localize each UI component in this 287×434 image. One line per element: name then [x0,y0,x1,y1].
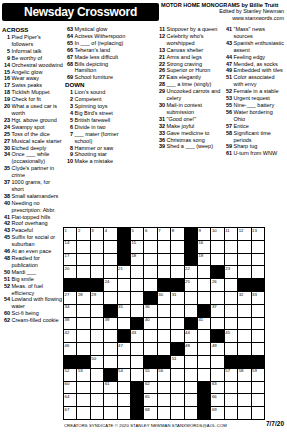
cell-r10c1[interactable]: 46 [64,343,76,355]
down-clue-33: 33Gave medicine to [157,130,221,137]
cell-r9c13[interactable]: 45 [225,330,237,342]
cell-r11c10[interactable] [185,356,197,368]
cell-number-12: 12 [239,228,244,233]
cell-r5c5[interactable] [118,279,130,291]
cell-r15c3[interactable] [91,407,103,419]
down-clue-47: 47Mended, as socks [224,61,285,68]
clue-text: Roof overhang [12,220,64,227]
cell-r14c1[interactable]: 64 [64,394,76,406]
clue-number: 57 [224,123,232,130]
clue-text: School furniture [75,74,130,81]
across-clue-25: 25Toss of the dice [2,131,63,138]
cell-r11c6[interactable] [131,356,143,368]
cell-r5c7[interactable] [144,279,156,291]
cell-r1c7[interactable]: 6 [144,228,156,240]
cell-r2c1[interactable]: 14 [64,241,76,253]
cell-r14c2[interactable] [77,394,89,406]
cell-r13c5[interactable] [118,382,130,394]
clue-number: 54 [2,296,10,303]
cell-number-39: 39 [105,317,110,322]
cell-r11c5[interactable] [118,356,130,368]
cell-r2c7[interactable] [144,241,156,253]
cell-number-69: 69 [212,407,217,412]
cell-r12c6[interactable] [131,369,143,381]
clue-number: 19 [2,96,10,103]
cell-r13c10[interactable] [185,382,197,394]
cell-r6c15[interactable]: 33 [252,292,264,304]
cell-number-36: 36 [145,304,150,309]
black-square-r5c8 [158,279,170,291]
across-clue-23: 23Hgt. above ground [2,117,63,124]
cell-r3c13[interactable] [225,254,237,266]
cell-r13c7[interactable]: 62 [144,382,156,394]
clue-number: 17 [2,82,10,89]
cell-r13c3[interactable] [91,382,103,394]
cell-r9c3[interactable] [91,330,103,342]
cell-r12c7[interactable]: 55 [144,369,156,381]
clue-text: Cream-filled cookie [12,317,64,324]
cell-r4c15[interactable] [252,266,264,278]
cell-r12c9[interactable] [171,369,183,381]
cell-number-44: 44 [185,330,190,335]
cell-r7c2[interactable] [77,305,89,317]
clue-text: Spinning toys [75,103,130,110]
black-square-r5c1 [64,279,76,291]
cell-r8c9[interactable] [171,318,183,330]
cell-r7c9[interactable] [171,305,183,317]
cell-r11c12[interactable] [211,356,223,368]
cell-r9c2[interactable] [77,330,89,342]
cell-r5c12[interactable]: 26 [211,279,223,291]
clue-number: 27 [157,74,165,81]
across-clue-20: 20What a used car is worth [2,103,63,117]
clue-number: 5 [2,48,10,55]
cell-r10c7[interactable] [144,343,156,355]
clue-number: 52 [2,283,10,290]
cell-r14c15[interactable] [252,394,264,406]
cell-r14c7[interactable]: 65 [144,394,156,406]
cell-r2c8[interactable] [158,241,170,253]
cell-r5c4[interactable]: 24 [104,279,116,291]
down-clue-32: 32Make joyful [157,123,221,130]
cell-r7c15[interactable] [252,305,264,317]
cell-r11c9[interactable]: 51 [171,356,183,368]
clue-number: 8 [65,145,73,152]
cell-r9c4[interactable] [104,330,116,342]
cell-r12c11[interactable] [198,369,210,381]
cell-r12c12[interactable] [211,369,223,381]
cell-r2c3[interactable] [91,241,103,253]
cell-r6c6[interactable] [131,292,143,304]
cell-r9c8[interactable] [158,330,170,342]
across-clue-69: 69School furniture [65,74,129,81]
cell-r3c2[interactable] [77,254,89,266]
cell-number-55: 55 [145,368,150,373]
clue-text: Sci-fi being [12,310,64,317]
down-clue-57: 57Entice [224,123,285,130]
across-clue-15: 15Angelic glow [2,69,63,76]
across-clue-50: 50Mardi ___ [2,269,63,276]
cell-r6c12[interactable] [211,292,223,304]
cell-r2c12[interactable] [211,241,223,253]
clue-number: 53 [224,95,232,102]
cell-r14c8[interactable] [158,394,170,406]
clue-number: 11 [157,26,165,33]
cell-r6c5[interactable] [118,292,130,304]
cell-r8c12[interactable] [211,318,223,330]
clue-number: 49 [224,67,232,74]
cell-r1c4[interactable]: 4 [104,228,116,240]
clue-number: 10 [65,158,73,165]
cell-r13c14[interactable] [238,382,250,394]
cell-r15c13[interactable] [225,407,237,419]
black-square-r11c7 [144,356,156,368]
cell-r6c14[interactable]: 32 [238,292,250,304]
cell-r7c14[interactable] [238,305,250,317]
cell-r14c3[interactable] [91,394,103,406]
clue-text: Female in a stable [234,88,286,95]
across-clue-17: 17Swiss peaks [2,82,63,89]
cell-r10c6[interactable] [131,343,143,355]
cell-r5c6[interactable] [131,279,143,291]
across-clue-24: 24Swampy spot [2,124,63,131]
cell-r1c13[interactable]: 11 [225,228,237,240]
cell-r2c9[interactable] [171,241,183,253]
cell-r4c3[interactable] [91,266,103,278]
cell-r11c4[interactable] [104,356,116,368]
clue-text: Teheran's land [75,47,130,54]
cell-r13c1[interactable]: 60 [64,382,76,394]
across-clue-63: 63Mystical glow [65,26,129,33]
cell-r3c8[interactable] [158,254,170,266]
clue-text: Water bordering Ohio [234,109,286,123]
across-clue-38: 38Small salamanders [2,193,63,200]
clue-number: 48 [2,255,10,262]
cell-r8c2[interactable] [77,318,89,330]
clue-number: 9 [2,55,10,62]
cell-r3c6[interactable]: 18 [131,254,143,266]
cell-r4c5[interactable]: 21 [118,266,130,278]
clue-number: 1 [65,89,73,96]
cell-r4c13[interactable]: 23 [225,266,237,278]
cell-r8c3[interactable] [91,318,103,330]
cell-r1c8[interactable]: 7 [158,228,170,240]
cell-r3c4[interactable] [104,254,116,266]
cell-r4c11[interactable] [198,266,210,278]
cell-r5c11[interactable] [198,279,210,291]
cell-r9c14[interactable] [238,330,250,342]
cell-r12c3[interactable] [91,369,103,381]
cell-r6c11[interactable] [198,292,210,304]
cell-r4c4[interactable] [104,266,116,278]
cell-number-57: 57 [225,368,230,373]
cell-r3c3[interactable] [91,254,103,266]
cell-r9c10[interactable]: 44 [185,330,197,342]
clue-text: Be worthy of [12,55,64,62]
cell-r7c8[interactable] [158,305,170,317]
cell-r7c12[interactable]: 37 [211,305,223,317]
across-clue-45: 45Suffix for social or suburban [2,234,63,248]
cell-number-53: 53 [78,368,83,373]
clue-number: 52 [224,88,232,95]
cell-r14c5[interactable] [118,394,130,406]
cell-r1c3[interactable]: 3 [91,228,103,240]
clue-text: ___ a time (singly) [167,81,222,88]
clue-number: 66 [65,47,73,54]
cell-r11c3[interactable]: 50 [91,356,103,368]
down-clue-9: 9Shooting star [65,151,129,158]
cell-r14c4[interactable] [104,394,116,406]
clue-text: Divide in two [75,124,130,131]
cell-number-51: 51 [172,356,177,361]
cell-r10c4[interactable] [104,343,116,355]
cell-r4c1[interactable]: 20 [64,266,76,278]
cell-r10c11[interactable] [198,343,210,355]
cell-r15c5[interactable] [118,407,130,419]
cell-r13c12[interactable]: 63 [211,382,223,394]
cell-r14c14[interactable] [238,394,250,406]
cell-r10c15[interactable] [252,343,264,355]
black-square-r13c6 [131,382,143,394]
cell-r3c15[interactable] [252,254,264,266]
cell-r6c4[interactable] [104,292,116,304]
cell-r10c3[interactable] [91,343,103,355]
black-square-r9c12 [211,330,223,342]
cell-r7c1[interactable]: 34 [64,305,76,317]
cell-r7c10[interactable] [185,305,197,317]
cell-r8c5[interactable] [118,318,130,330]
cell-r9c9[interactable] [171,330,183,342]
cell-r15c15[interactable] [252,407,264,419]
cell-r13c8[interactable] [158,382,170,394]
cell-r2c14[interactable] [238,241,250,253]
cell-r1c15[interactable]: 13 [252,228,264,240]
cell-r12c10[interactable] [185,369,197,381]
clue-text: Made less difficult [75,54,130,61]
cell-r4c14[interactable] [238,266,250,278]
cell-r3c12[interactable] [211,254,223,266]
cell-r7c13[interactable] [225,305,237,317]
cell-r8c13[interactable] [225,318,237,330]
cell-r8c11[interactable]: 41 [198,318,210,330]
clue-text: Check for fit [12,96,64,103]
cell-r6c9[interactable]: 31 [171,292,183,304]
clue-number: 51 [2,276,10,283]
clue-number: 39 [157,143,165,150]
cell-r14c12[interactable]: 66 [211,394,223,406]
cell-r1c14[interactable]: 12 [238,228,250,240]
down-clue-49: 49Embedded with tiles [224,67,285,74]
cell-r8c8[interactable] [158,318,170,330]
across-clue-64: 64Actress Witherspoon [65,33,129,40]
across-clue-62: 62Cream-filled cookie [2,317,63,324]
cell-r4c7[interactable] [144,266,156,278]
clue-number: 41 [2,214,10,221]
cell-r3c7[interactable] [144,254,156,266]
cell-r7c5[interactable]: 35 [118,305,130,317]
cell-r1c6[interactable]: 5 [131,228,143,240]
down-clue-12: 12Celebrity who's worshipped [157,33,221,47]
cell-r1c2[interactable]: 2 [77,228,89,240]
cell-r1c11[interactable]: 9 [198,228,210,240]
cell-r13c13[interactable] [225,382,237,394]
clue-number: 42 [2,220,10,227]
cell-r9c11[interactable] [198,330,210,342]
cell-r6c13[interactable] [225,292,237,304]
cell-r12c15[interactable]: 59 [252,369,264,381]
clue-number: 44 [224,54,232,61]
cell-r4c2[interactable] [77,266,89,278]
cell-r12c13[interactable]: 57 [225,369,237,381]
cell-number-45: 45 [225,330,230,335]
cell-number-19: 19 [198,253,203,258]
cell-r9c6[interactable]: 43 [131,330,143,342]
cell-r15c12[interactable]: 69 [211,407,223,419]
clue-text: Uncooked carrots and celery [167,88,222,102]
clue-text: Arms and legs [167,54,222,61]
cell-r13c4[interactable]: 61 [104,382,116,394]
across-heading: ACROSS [2,26,63,34]
cell-r12c2[interactable]: 53 [77,369,89,381]
clue-column-2: 63Mystical glow64Actress Witherspoon65In… [65,26,129,226]
cell-r5c10[interactable]: 25 [185,279,197,291]
clue-text: Celebrity who's worshipped [167,33,222,47]
clue-text: Make joyful [167,123,222,130]
cell-number-22: 22 [185,266,190,271]
clue-text: Swiss peaks [12,82,64,89]
cell-r4c9[interactable] [171,266,183,278]
down-clue-44: 44Feeling edgy [224,54,285,61]
down-heading: DOWN [65,81,129,89]
cell-r15c14[interactable] [238,407,250,419]
cell-number-14: 14 [65,240,70,245]
cell-r14c9[interactable] [171,394,183,406]
cell-r9c1[interactable]: 42 [64,330,76,342]
cell-r15c7[interactable]: 68 [144,407,156,419]
cell-r14c13[interactable] [225,394,237,406]
cell-r11c11[interactable] [198,356,210,368]
black-square-r14c11 [198,394,210,406]
across-clue-9: 9Be worthy of [2,55,63,62]
cell-r15c9[interactable] [171,407,183,419]
down-clue-5: 5British farewell [65,117,129,124]
cell-r8c15[interactable] [252,318,264,330]
black-square-r8c6 [131,318,143,330]
cell-r15c2[interactable] [77,407,89,419]
cell-number-26: 26 [212,279,217,284]
cell-r2c15[interactable] [252,241,264,253]
cell-r13c15[interactable] [252,382,264,394]
across-clue-51: 51Big smile [2,276,63,283]
cell-r2c13[interactable] [225,241,237,253]
cell-r14c10[interactable] [185,394,197,406]
cell-r3c1[interactable]: 17 [64,254,76,266]
cell-number-11: 11 [225,228,229,233]
cell-r1c12[interactable]: 10 [211,228,223,240]
clue-column-3: 11Stopover by a queen12Celebrity who's w… [157,26,221,226]
cell-r4c8[interactable] [158,266,170,278]
cell-number-62: 62 [145,381,150,386]
cell-r8c7[interactable]: 40 [144,318,156,330]
cell-r10c8[interactable] [158,343,170,355]
cell-r15c8[interactable] [158,407,170,419]
cell-r7c7[interactable]: 36 [144,305,156,317]
cell-r10c14[interactable] [238,343,250,355]
cell-number-2: 2 [78,228,80,233]
down-clue-26: 26Superior or Huron [157,67,221,74]
clue-text: Big smile [12,276,64,283]
clue-text: Wear away [12,75,64,82]
cell-r2c11[interactable]: 16 [198,241,210,253]
cell-r13c9[interactable] [171,382,183,394]
cell-r3c14[interactable] [238,254,250,266]
cell-r9c15[interactable] [252,330,264,342]
cell-r15c10[interactable] [185,407,197,419]
clue-text: Superior or Huron [167,67,222,74]
cell-number-40: 40 [145,317,150,322]
cell-r7c6[interactable] [131,305,143,317]
clue-text: Significant time periods [234,130,286,144]
cell-r3c11[interactable]: 19 [198,254,210,266]
cell-number-63: 63 [212,381,217,386]
cell-number-6: 6 [145,228,147,233]
down-clue-61: 61U-turn from WNW [224,150,285,157]
cell-r6c2[interactable]: 28 [77,292,89,304]
cell-r8c4[interactable]: 39 [104,318,116,330]
cell-r4c10[interactable]: 22 [185,266,197,278]
cell-r2c4[interactable] [104,241,116,253]
cell-r12c14[interactable]: 58 [238,369,250,381]
cell-r3c9[interactable] [171,254,183,266]
clue-text: Toss of the dice [12,131,64,138]
cell-r10c10[interactable]: 48 [185,343,197,355]
cell-number-31: 31 [172,292,177,297]
cell-r5c13[interactable] [225,279,237,291]
cell-r6c10[interactable] [185,292,197,304]
cell-r12c8[interactable]: 56 [158,369,170,381]
cell-r4c6[interactable] [131,266,143,278]
cell-r6c8[interactable]: 30 [158,292,170,304]
cell-r6c3[interactable]: 29 [91,292,103,304]
cell-r8c1[interactable]: 38 [64,318,76,330]
cell-r8c14[interactable] [238,318,250,330]
cell-r10c5[interactable]: 47 [118,343,130,355]
cell-r10c2[interactable] [77,343,89,355]
clue-text: Stopover by a queen [167,26,222,33]
cell-number-1: 1 [65,228,67,233]
cell-r9c7[interactable] [144,330,156,342]
cell-r10c12[interactable]: 49 [211,343,223,355]
cell-r13c2[interactable] [77,382,89,394]
across-clue-46: 46At an even pace [2,248,63,255]
cell-r10c13[interactable] [225,343,237,355]
cell-r12c5[interactable]: 54 [118,369,130,381]
cell-r15c1[interactable]: 67 [64,407,76,419]
cell-r15c4[interactable] [104,407,116,419]
cell-r2c6[interactable]: 15 [131,241,143,253]
clue-number: 41 [224,26,232,33]
clue-text: Mended, as socks [234,61,286,68]
clue-text: Entice [234,123,286,130]
cell-r2c2[interactable] [77,241,89,253]
cell-r1c9[interactable]: 8 [171,228,183,240]
clue-number: 69 [65,74,73,81]
cell-number-46: 46 [65,343,70,348]
cell-r1c1[interactable]: 1 [64,228,76,240]
cell-r6c1[interactable]: 27 [64,292,76,304]
cell-r12c1[interactable]: 52 [64,369,76,381]
cell-r7c3[interactable] [91,305,103,317]
